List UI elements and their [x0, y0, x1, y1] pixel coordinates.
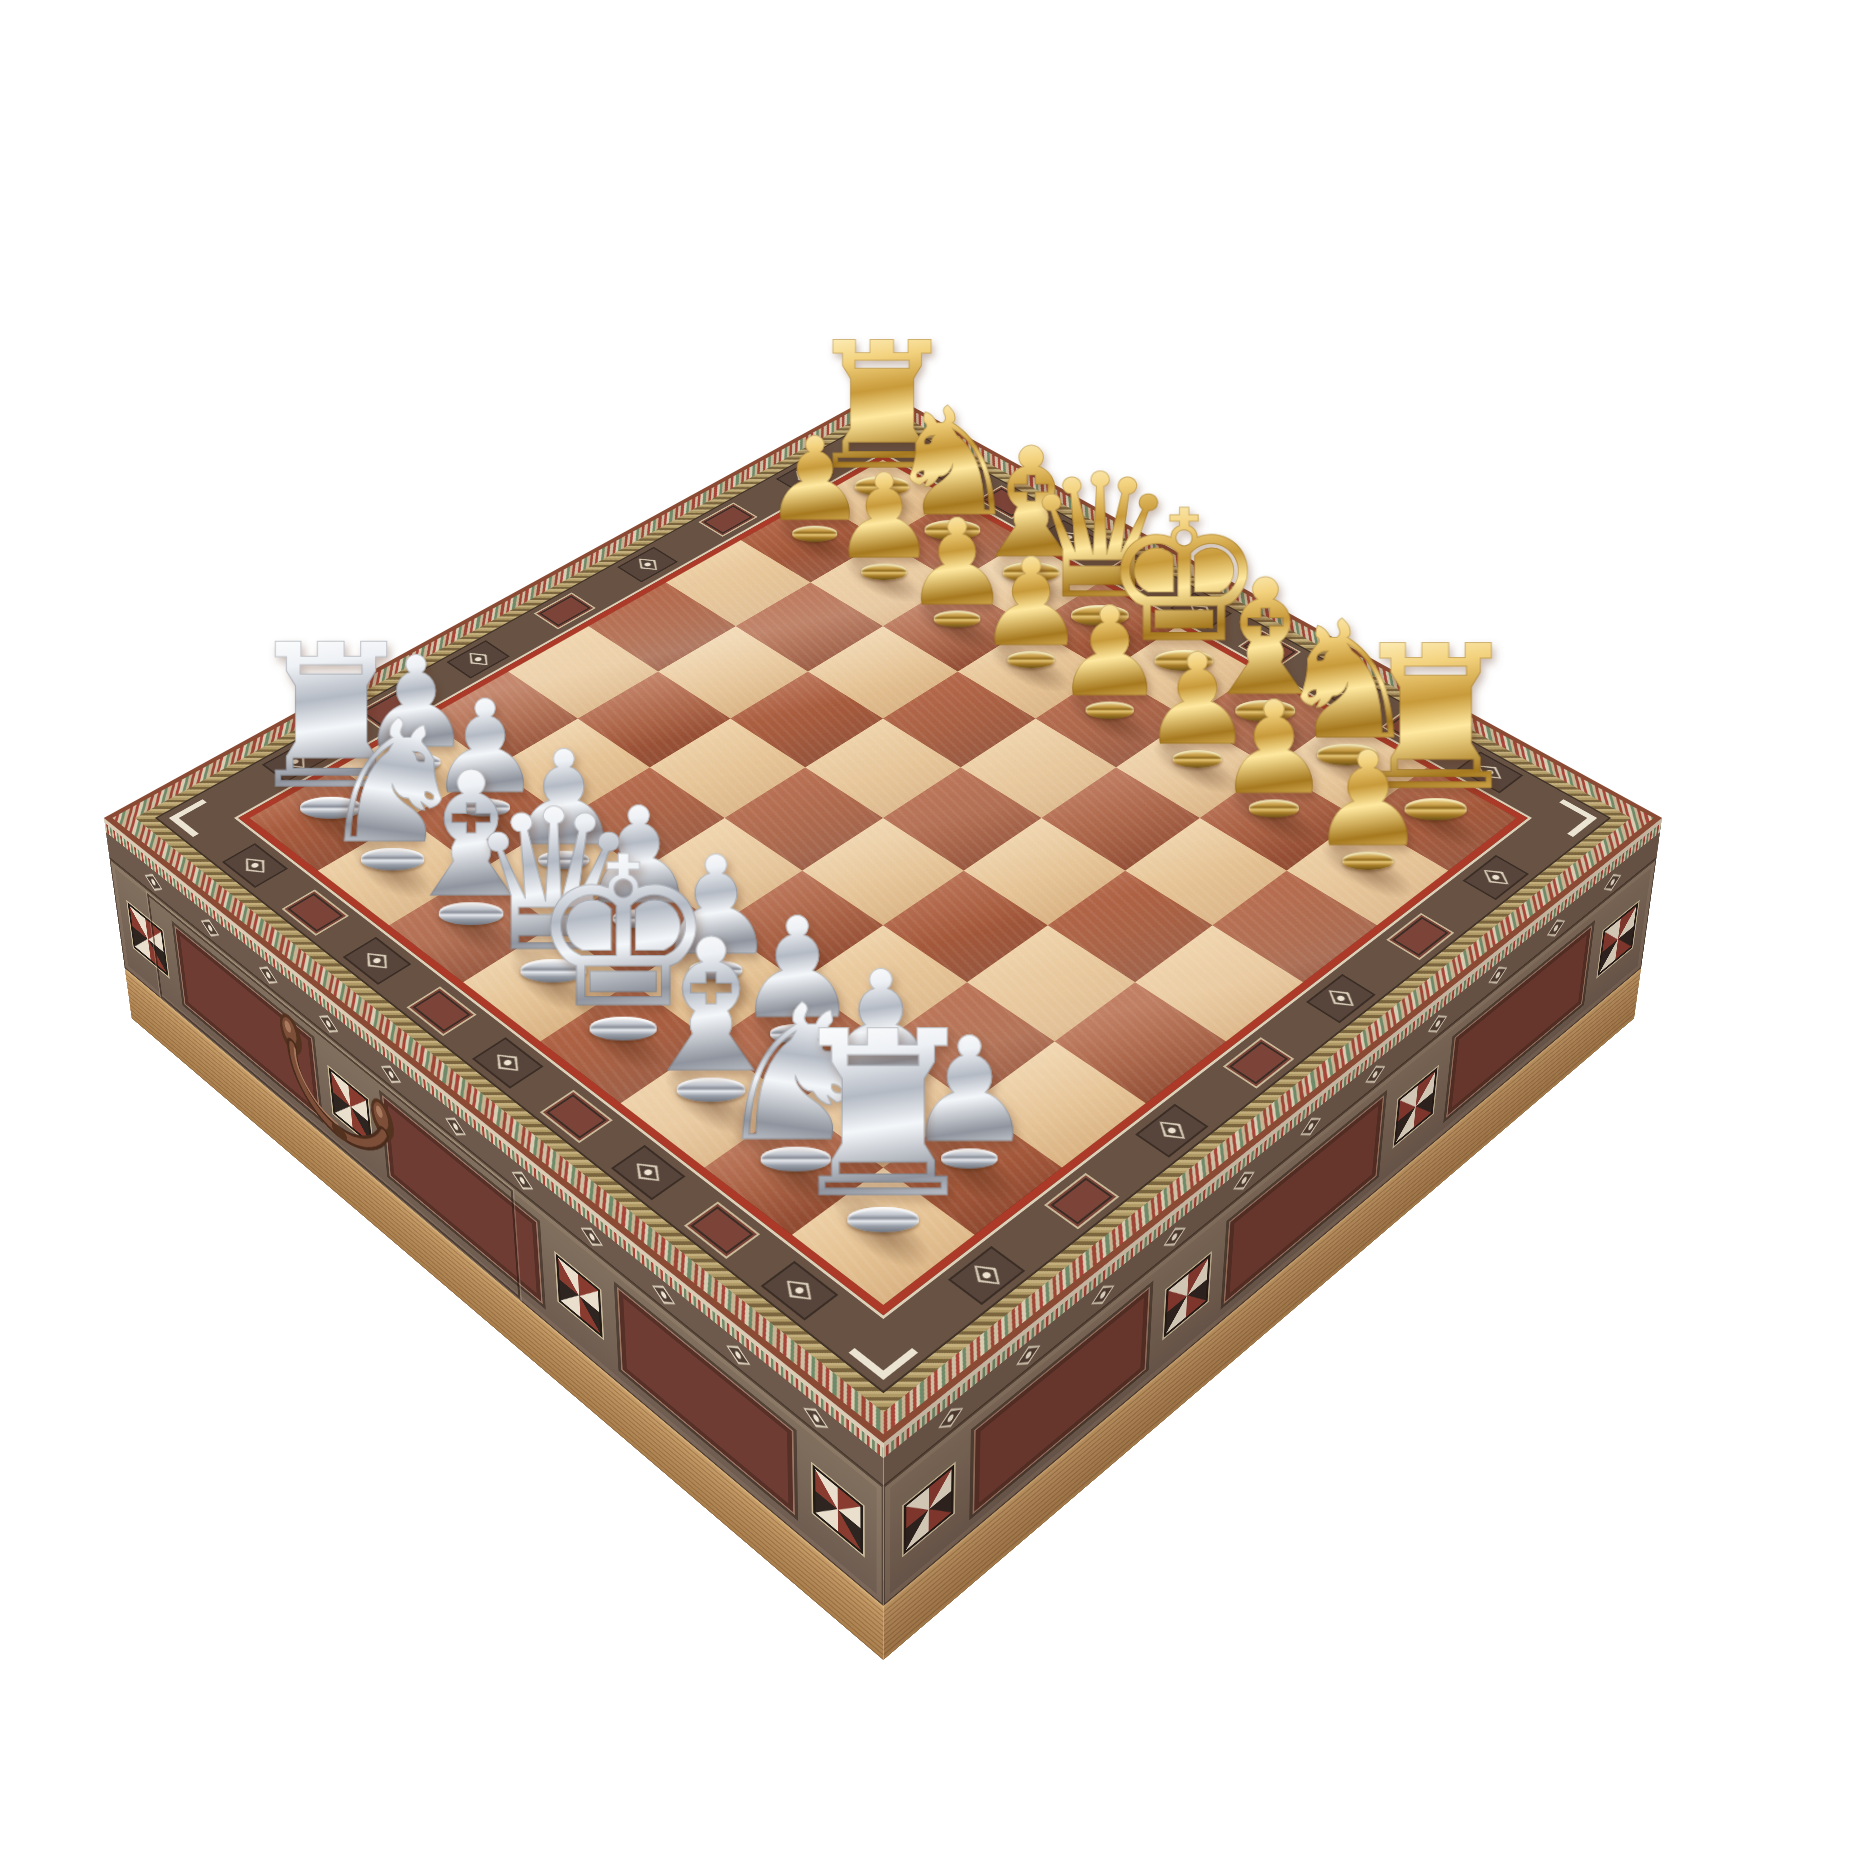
rook-glyph: ♜ — [781, 1013, 986, 1218]
lozenge-motif — [1053, 528, 1086, 547]
lozenge-motif — [789, 467, 821, 485]
lozenge-motif — [929, 459, 961, 477]
lozenge-motif — [462, 648, 496, 669]
lozenge-motif — [1184, 601, 1218, 621]
piece-gold-pawn-h7[interactable]: ♟ — [1281, 740, 1454, 870]
star-mosaic-medallion — [813, 1465, 863, 1555]
photo-scene: ♜♞♝♛♚♝♞♜♟♟♟♟♟♟♟♟♟♟♟♟♟♟♟♟♜♞♝♛♚♝♞♜ — [0, 0, 1875, 1875]
piece-silver-rook-h1[interactable]: ♜ — [785, 1013, 981, 1232]
star-mosaic-medallion — [556, 1254, 603, 1338]
pawn-glyph: ♟ — [1310, 740, 1427, 857]
lozenge-motif — [631, 554, 664, 574]
